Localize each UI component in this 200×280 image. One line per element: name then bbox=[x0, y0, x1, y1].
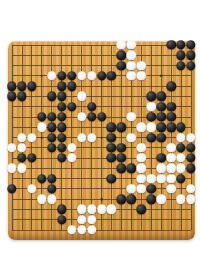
white-stone bbox=[77, 92, 86, 101]
black-stone bbox=[156, 92, 165, 101]
white-stone bbox=[107, 205, 116, 214]
white-stone bbox=[67, 143, 76, 152]
black-stone bbox=[7, 184, 16, 193]
black-stone bbox=[147, 184, 156, 193]
black-stone bbox=[97, 71, 106, 80]
black-stone bbox=[57, 143, 66, 152]
white-stone bbox=[166, 184, 175, 193]
white-stone bbox=[127, 133, 136, 142]
black-stone bbox=[17, 153, 26, 162]
white-stone bbox=[7, 143, 16, 152]
white-stone bbox=[87, 205, 96, 214]
black-stone bbox=[176, 143, 185, 152]
black-stone bbox=[147, 92, 156, 101]
white-stone bbox=[156, 194, 165, 203]
white-stone bbox=[176, 153, 185, 162]
black-stone bbox=[117, 123, 126, 132]
black-stone bbox=[117, 194, 126, 203]
white-stone bbox=[137, 123, 146, 132]
black-stone bbox=[176, 123, 185, 132]
white-stone bbox=[156, 174, 165, 183]
black-stone bbox=[186, 143, 195, 152]
grid-line-horizontal bbox=[12, 219, 191, 220]
white-stone bbox=[27, 184, 36, 193]
black-stone bbox=[166, 81, 175, 90]
white-stone bbox=[127, 184, 136, 193]
white-stone bbox=[156, 164, 165, 173]
white-stone bbox=[186, 184, 195, 193]
black-stone bbox=[37, 112, 46, 121]
white-stone bbox=[17, 143, 26, 152]
white-stone bbox=[137, 143, 146, 152]
black-stone bbox=[107, 123, 116, 132]
white-stone bbox=[176, 133, 185, 142]
black-stone bbox=[156, 153, 165, 162]
black-stone bbox=[127, 194, 136, 203]
white-stone bbox=[17, 133, 26, 142]
white-stone bbox=[137, 153, 146, 162]
black-stone bbox=[166, 123, 175, 132]
white-stone bbox=[67, 153, 76, 162]
black-stone bbox=[117, 164, 126, 173]
white-stone bbox=[186, 194, 195, 203]
black-stone bbox=[147, 133, 156, 142]
black-stone bbox=[156, 112, 165, 121]
black-stone bbox=[57, 123, 66, 132]
black-stone bbox=[117, 51, 126, 60]
black-stone bbox=[147, 112, 156, 121]
white-stone bbox=[37, 123, 46, 132]
white-stone bbox=[137, 71, 146, 80]
white-stone bbox=[176, 194, 185, 203]
white-stone bbox=[137, 164, 146, 173]
white-stone bbox=[137, 174, 146, 183]
black-stone bbox=[176, 51, 185, 60]
black-stone bbox=[47, 123, 56, 132]
black-stone bbox=[137, 205, 146, 214]
black-stone bbox=[57, 215, 66, 224]
black-stone bbox=[37, 174, 46, 183]
white-stone bbox=[67, 225, 76, 234]
white-stone bbox=[117, 40, 126, 49]
grid-line-horizontal bbox=[12, 188, 191, 189]
white-stone bbox=[147, 174, 156, 183]
white-stone bbox=[127, 40, 136, 49]
black-stone bbox=[186, 61, 195, 70]
black-stone bbox=[87, 102, 96, 111]
white-stone bbox=[37, 194, 46, 203]
white-stone bbox=[7, 164, 16, 173]
grid-line-vertical bbox=[171, 45, 172, 230]
black-stone bbox=[97, 112, 106, 121]
go-board bbox=[8, 41, 195, 240]
black-stone bbox=[186, 40, 195, 49]
white-stone bbox=[186, 133, 195, 142]
black-stone bbox=[117, 61, 126, 70]
star-point bbox=[160, 75, 163, 78]
black-stone bbox=[156, 123, 165, 132]
black-stone bbox=[47, 112, 56, 121]
black-stone bbox=[176, 40, 185, 49]
black-stone bbox=[17, 81, 26, 90]
black-stone bbox=[67, 71, 76, 80]
black-stone bbox=[57, 112, 66, 121]
black-stone bbox=[176, 61, 185, 70]
black-stone bbox=[47, 184, 56, 193]
black-stone bbox=[166, 40, 175, 49]
black-stone bbox=[87, 112, 96, 121]
star-point bbox=[41, 136, 44, 139]
white-stone bbox=[47, 71, 56, 80]
white-stone bbox=[87, 71, 96, 80]
black-stone bbox=[166, 112, 175, 121]
black-stone bbox=[57, 205, 66, 214]
star-point bbox=[100, 198, 103, 201]
black-stone bbox=[7, 92, 16, 101]
black-stone bbox=[117, 153, 126, 162]
black-stone bbox=[67, 102, 76, 111]
black-stone bbox=[7, 81, 16, 90]
black-stone bbox=[67, 81, 76, 90]
white-stone bbox=[77, 225, 86, 234]
black-stone bbox=[47, 92, 56, 101]
black-stone bbox=[47, 174, 56, 183]
black-stone bbox=[107, 143, 116, 152]
white-stone bbox=[147, 123, 156, 132]
white-stone bbox=[127, 112, 136, 121]
white-stone bbox=[137, 61, 146, 70]
board-grid bbox=[12, 45, 191, 230]
white-stone bbox=[87, 133, 96, 142]
black-stone bbox=[47, 133, 56, 142]
black-stone bbox=[156, 102, 165, 111]
white-stone bbox=[77, 205, 86, 214]
white-stone bbox=[147, 102, 156, 111]
white-stone bbox=[166, 153, 175, 162]
black-stone bbox=[147, 194, 156, 203]
black-stone bbox=[186, 153, 195, 162]
black-stone bbox=[107, 71, 116, 80]
black-stone bbox=[107, 153, 116, 162]
black-stone bbox=[57, 71, 66, 80]
product-photo-background bbox=[0, 0, 200, 280]
black-stone bbox=[27, 153, 36, 162]
star-point bbox=[100, 136, 103, 139]
white-stone bbox=[166, 143, 175, 152]
white-stone bbox=[17, 164, 26, 173]
black-stone bbox=[186, 51, 195, 60]
black-stone bbox=[57, 92, 66, 101]
white-stone bbox=[127, 71, 136, 80]
white-stone bbox=[176, 164, 185, 173]
grid-line-horizontal bbox=[12, 147, 191, 148]
black-stone bbox=[107, 133, 116, 142]
white-stone bbox=[87, 215, 96, 224]
black-stone bbox=[57, 133, 66, 142]
white-stone bbox=[127, 61, 136, 70]
white-stone bbox=[137, 184, 146, 193]
star-point bbox=[41, 75, 44, 78]
black-stone bbox=[107, 174, 116, 183]
white-stone bbox=[47, 194, 56, 203]
black-stone bbox=[117, 143, 126, 152]
white-stone bbox=[77, 133, 86, 142]
black-stone bbox=[166, 102, 175, 111]
grid-line-horizontal bbox=[12, 230, 191, 231]
white-stone bbox=[166, 164, 175, 173]
black-stone bbox=[57, 102, 66, 111]
black-stone bbox=[127, 164, 136, 173]
black-stone bbox=[57, 153, 66, 162]
black-stone bbox=[17, 92, 26, 101]
white-stone bbox=[27, 133, 36, 142]
white-stone bbox=[77, 215, 86, 224]
black-stone bbox=[186, 164, 195, 173]
white-stone bbox=[77, 71, 86, 80]
black-stone bbox=[176, 174, 185, 183]
white-stone bbox=[77, 112, 86, 121]
black-stone bbox=[27, 81, 36, 90]
white-stone bbox=[97, 205, 106, 214]
white-stone bbox=[87, 225, 96, 234]
white-stone bbox=[127, 51, 136, 60]
black-stone bbox=[47, 143, 56, 152]
black-stone bbox=[57, 81, 66, 90]
white-stone bbox=[166, 174, 175, 183]
black-stone bbox=[156, 133, 165, 142]
